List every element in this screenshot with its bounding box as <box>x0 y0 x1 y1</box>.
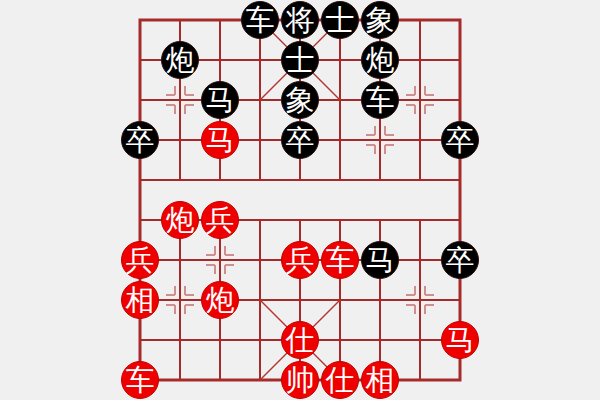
piece-black-horse[interactable]: 马 <box>201 81 239 119</box>
piece-black-soldier[interactable]: 卒 <box>441 121 479 159</box>
piece-red-cannon[interactable]: 炮 <box>201 281 239 319</box>
piece-red-horse[interactable]: 马 <box>201 121 239 159</box>
piece-black-advisor[interactable]: 士 <box>281 41 319 79</box>
piece-black-chariot[interactable]: 车 <box>241 1 279 39</box>
piece-red-general[interactable]: 帅 <box>281 361 319 399</box>
piece-red-chariot[interactable]: 车 <box>121 361 159 399</box>
piece-black-cannon[interactable]: 炮 <box>361 41 399 79</box>
piece-black-elephant[interactable]: 象 <box>281 81 319 119</box>
piece-red-horse[interactable]: 马 <box>441 321 479 359</box>
piece-black-cannon[interactable]: 炮 <box>161 41 199 79</box>
piece-layer: 车将士象炮士炮马象车卒马卒卒炮兵兵兵车马卒相炮仕马车帅仕相 <box>0 0 600 400</box>
piece-red-elephant[interactable]: 相 <box>121 281 159 319</box>
piece-black-soldier[interactable]: 卒 <box>441 241 479 279</box>
piece-red-chariot[interactable]: 车 <box>321 241 359 279</box>
piece-red-soldier[interactable]: 兵 <box>121 241 159 279</box>
piece-black-horse[interactable]: 马 <box>361 241 399 279</box>
piece-red-soldier[interactable]: 兵 <box>281 241 319 279</box>
piece-red-advisor[interactable]: 仕 <box>321 361 359 399</box>
piece-red-cannon[interactable]: 炮 <box>161 201 199 239</box>
piece-red-soldier[interactable]: 兵 <box>201 201 239 239</box>
piece-black-elephant[interactable]: 象 <box>361 1 399 39</box>
xiangqi-board: 车将士象炮士炮马象车卒马卒卒炮兵兵兵车马卒相炮仕马车帅仕相 <box>0 0 600 400</box>
piece-red-elephant[interactable]: 相 <box>361 361 399 399</box>
piece-black-soldier[interactable]: 卒 <box>121 121 159 159</box>
piece-red-advisor[interactable]: 仕 <box>281 321 319 359</box>
piece-black-advisor[interactable]: 士 <box>321 1 359 39</box>
piece-black-chariot[interactable]: 车 <box>361 81 399 119</box>
piece-black-soldier[interactable]: 卒 <box>281 121 319 159</box>
piece-black-general[interactable]: 将 <box>281 1 319 39</box>
